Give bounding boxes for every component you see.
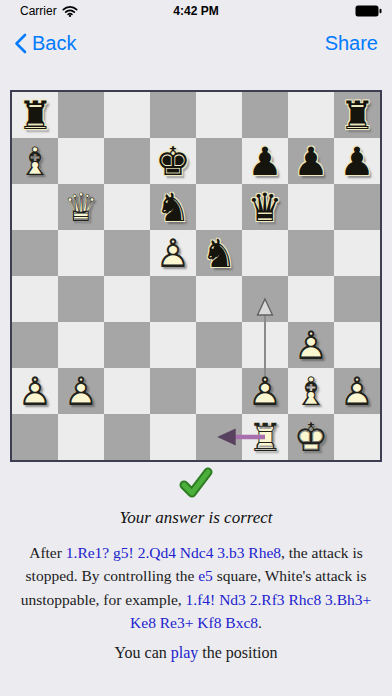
square-a6[interactable]	[12, 184, 58, 230]
square-b8[interactable]	[58, 92, 104, 138]
square-a5[interactable]	[12, 230, 58, 276]
piece-black-rook: ♜	[334, 92, 380, 138]
text-segment: .	[258, 614, 262, 631]
nav-bar: Back Share	[0, 22, 392, 64]
status-time: 4:42 PM	[0, 4, 392, 18]
square-e6[interactable]	[196, 184, 242, 230]
square-e1[interactable]	[196, 414, 242, 460]
piece-black-pawn: ♟	[242, 138, 288, 184]
text-segment: the position	[198, 644, 277, 661]
square-g8[interactable]	[288, 92, 334, 138]
share-label: Share	[325, 32, 378, 54]
square-e3[interactable]	[196, 322, 242, 368]
piece-black-queen: ♛	[242, 184, 288, 230]
square-e7[interactable]	[196, 138, 242, 184]
square-h7[interactable]: ♟	[334, 138, 380, 184]
square-e4[interactable]	[196, 276, 242, 322]
status-bar: Carrier 4:42 PM	[0, 0, 392, 22]
piece-black-knight: ♞	[150, 184, 196, 230]
piece-white-pawn: ♟♙	[58, 368, 104, 414]
chess-board: ♜♜♝♗♚♟♟♟♛♕♞♛♟♙♞♟♙♟♙♟♙♟♙♝♗♟♙♜♖♚♔	[10, 90, 382, 462]
square-a8[interactable]: ♜	[12, 92, 58, 138]
square-d5[interactable]: ♟♙	[150, 230, 196, 276]
piece-white-king: ♚♔	[288, 414, 334, 460]
piece-black-rook: ♜	[12, 92, 58, 138]
square-h4[interactable]	[334, 276, 380, 322]
square-a7[interactable]: ♝♗	[12, 138, 58, 184]
square-g2[interactable]: ♝♗	[288, 368, 334, 414]
text-segment: You can	[115, 644, 171, 661]
square-c8[interactable]	[104, 92, 150, 138]
square-f7[interactable]: ♟	[242, 138, 288, 184]
square-g6[interactable]	[288, 184, 334, 230]
square-e8[interactable]	[196, 92, 242, 138]
piece-white-pawn: ♟♙	[242, 368, 288, 414]
square-f1[interactable]: ♜♖	[242, 414, 288, 460]
square-g3[interactable]: ♟♙	[288, 322, 334, 368]
explanation-text: After 1.Re1? g5! 2.Qd4 Ndc4 3.b3 Rhe8, t…	[10, 541, 382, 634]
piece-black-pawn: ♟	[288, 138, 334, 184]
square-a3[interactable]	[12, 322, 58, 368]
board-area: ♜♜♝♗♚♟♟♟♛♕♞♛♟♙♞♟♙♟♙♟♙♟♙♝♗♟♙♜♖♚♔	[10, 90, 392, 462]
piece-black-knight: ♞	[196, 230, 242, 276]
square-h2[interactable]: ♟♙	[334, 368, 380, 414]
text-segment: After	[29, 544, 66, 561]
square-b4[interactable]	[58, 276, 104, 322]
result-text: Your answer is correct	[0, 508, 392, 528]
square-c6[interactable]	[104, 184, 150, 230]
piece-white-bishop: ♝♗	[288, 368, 334, 414]
piece-white-rook: ♜♖	[242, 414, 288, 460]
piece-white-queen: ♛♕	[58, 184, 104, 230]
square-f4[interactable]	[242, 276, 288, 322]
square-d2[interactable]	[150, 368, 196, 414]
move-text: 1.Re1? g5! 2.Qd4 Ndc4 3.b3 Rhe8	[66, 544, 281, 561]
square-d8[interactable]	[150, 92, 196, 138]
square-f3[interactable]	[242, 322, 288, 368]
share-button[interactable]: Share	[325, 32, 378, 55]
piece-white-bishop: ♝♗	[12, 138, 58, 184]
piece-white-pawn: ♟♙	[288, 322, 334, 368]
square-c7[interactable]	[104, 138, 150, 184]
square-a2[interactable]: ♟♙	[12, 368, 58, 414]
square-f2[interactable]: ♟♙	[242, 368, 288, 414]
square-g1[interactable]: ♚♔	[288, 414, 334, 460]
square-b3[interactable]	[58, 322, 104, 368]
move-text: e5	[198, 567, 213, 584]
piece-white-pawn: ♟♙	[334, 368, 380, 414]
square-b7[interactable]	[58, 138, 104, 184]
square-f6[interactable]: ♛	[242, 184, 288, 230]
piece-white-pawn: ♟♙	[12, 368, 58, 414]
square-d3[interactable]	[150, 322, 196, 368]
square-e5[interactable]: ♞	[196, 230, 242, 276]
square-c3[interactable]	[104, 322, 150, 368]
square-d4[interactable]	[150, 276, 196, 322]
square-c2[interactable]	[104, 368, 150, 414]
square-b6[interactable]: ♛♕	[58, 184, 104, 230]
success-check-icon	[178, 467, 214, 499]
square-g7[interactable]: ♟	[288, 138, 334, 184]
square-b2[interactable]: ♟♙	[58, 368, 104, 414]
square-h1[interactable]	[334, 414, 380, 460]
square-h6[interactable]	[334, 184, 380, 230]
square-b1[interactable]	[58, 414, 104, 460]
square-d6[interactable]: ♞	[150, 184, 196, 230]
square-h3[interactable]	[334, 322, 380, 368]
play-link[interactable]: play	[171, 644, 199, 661]
square-g4[interactable]	[288, 276, 334, 322]
square-a4[interactable]	[12, 276, 58, 322]
back-chevron-icon	[14, 33, 27, 54]
piece-black-pawn: ♟	[334, 138, 380, 184]
square-h5[interactable]	[334, 230, 380, 276]
back-button[interactable]: Back	[14, 32, 76, 55]
square-c1[interactable]	[104, 414, 150, 460]
back-label: Back	[32, 32, 76, 55]
square-c4[interactable]	[104, 276, 150, 322]
square-c5[interactable]	[104, 230, 150, 276]
piece-white-pawn: ♟♙	[150, 230, 196, 276]
square-b5[interactable]	[58, 230, 104, 276]
footer-text: You can play the position	[0, 644, 392, 662]
square-d1[interactable]	[150, 414, 196, 460]
square-a1[interactable]	[12, 414, 58, 460]
square-f8[interactable]	[242, 92, 288, 138]
square-f5[interactable]	[242, 230, 288, 276]
square-e2[interactable]	[196, 368, 242, 414]
result-area: Your answer is correct	[0, 467, 392, 528]
square-h8[interactable]: ♜	[334, 92, 380, 138]
square-g5[interactable]	[288, 230, 334, 276]
square-d7[interactable]: ♚	[150, 138, 196, 184]
piece-black-king: ♚	[150, 138, 196, 184]
